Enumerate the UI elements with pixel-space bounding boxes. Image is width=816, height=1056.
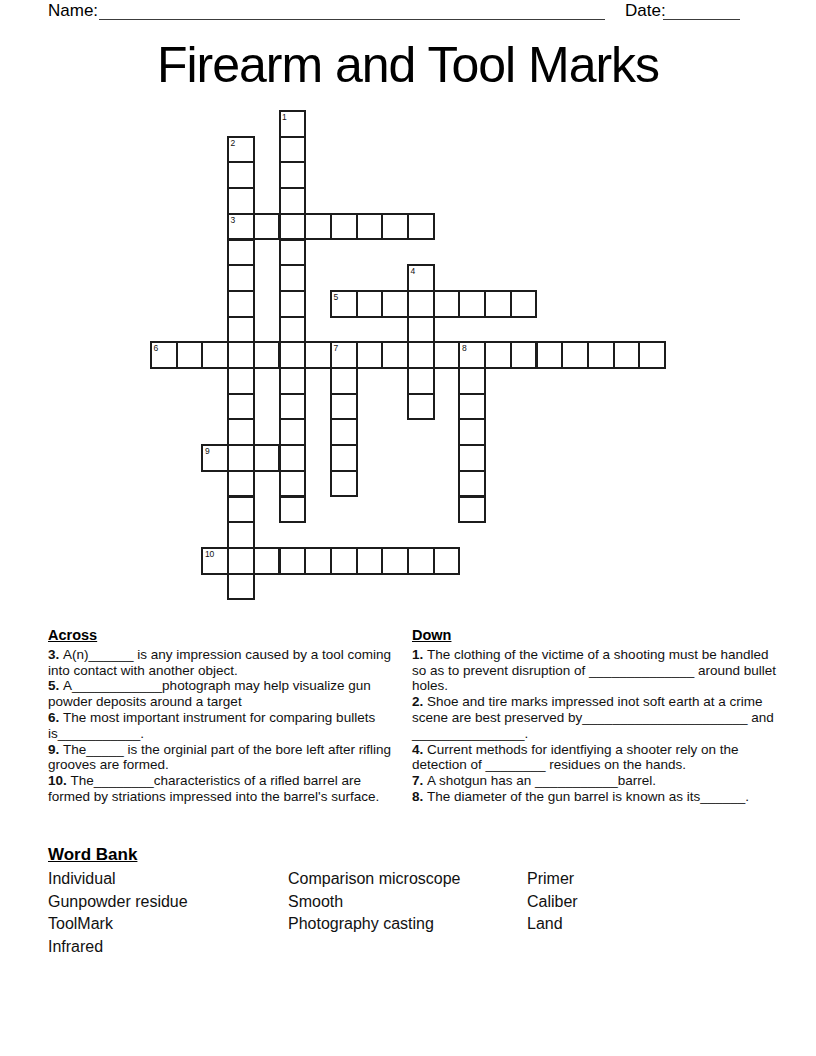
clue-number-label: 10 <box>205 549 214 559</box>
grid-cell[interactable] <box>510 341 538 369</box>
clue: 10. The________characteristics of a rifl… <box>48 773 400 805</box>
word-bank-item: Photography casting <box>288 913 461 936</box>
grid-cell[interactable] <box>407 341 435 369</box>
grid-cell[interactable] <box>330 418 358 446</box>
grid-cell[interactable] <box>227 316 255 344</box>
down-clue-list: 1. The clothing of the victime of a shoo… <box>412 647 782 805</box>
grid-cell[interactable] <box>561 341 589 369</box>
clue-number-label: 6 <box>154 343 159 353</box>
clue: 2. Shoe and tire marks impressed inot so… <box>412 694 782 741</box>
grid-cell[interactable] <box>227 367 255 395</box>
grid-cell[interactable] <box>407 213 435 241</box>
grid-cell[interactable] <box>407 290 435 318</box>
grid-cell[interactable] <box>381 547 409 575</box>
grid-cell[interactable] <box>330 470 358 498</box>
grid-cell[interactable] <box>227 418 255 446</box>
clue-number-label: 5 <box>333 292 338 302</box>
grid-cell[interactable] <box>279 367 307 395</box>
grid-cell[interactable] <box>458 444 486 472</box>
grid-cell[interactable] <box>407 367 435 395</box>
clue-number-label: 9 <box>205 446 210 456</box>
grid-cell[interactable]: 7 <box>330 341 358 369</box>
clue: 4. Current methods for identfiying a sho… <box>412 742 782 774</box>
grid-cell[interactable] <box>227 470 255 498</box>
grid-cell[interactable] <box>227 521 255 549</box>
name-blank-line[interactable] <box>99 1 605 20</box>
word-bank-item: Smooth <box>288 891 461 914</box>
grid-cell[interactable]: 2 <box>227 136 255 164</box>
word-bank-item: Primer <box>527 868 578 891</box>
grid-cell[interactable] <box>279 316 307 344</box>
grid-cell[interactable]: 4 <box>407 264 435 292</box>
grid-cell[interactable] <box>279 547 307 575</box>
grid-cell[interactable] <box>330 393 358 421</box>
grid-cell[interactable] <box>227 444 255 472</box>
grid-cell[interactable] <box>201 341 229 369</box>
grid-cell[interactable] <box>227 341 255 369</box>
name-label: Name: <box>48 1 98 21</box>
word-bank-item: Infrared <box>48 936 188 959</box>
grid-cell[interactable] <box>458 367 486 395</box>
grid-cell[interactable] <box>279 187 307 215</box>
word-bank-column: PrimerCaliberLand <box>527 868 578 936</box>
grid-cell[interactable] <box>176 341 204 369</box>
clue-number-label: 8 <box>462 343 467 353</box>
word-bank-item: Comparison microscope <box>288 868 461 891</box>
clue-number-label: 1 <box>282 112 287 122</box>
grid-cell[interactable] <box>407 316 435 344</box>
grid-cell[interactable] <box>279 341 307 369</box>
word-bank-heading: Word Bank <box>48 845 137 865</box>
grid-cell[interactable] <box>381 213 409 241</box>
clue: 1. The clothing of the victime of a shoo… <box>412 647 782 694</box>
down-heading: Down <box>412 628 782 644</box>
clue-number-label: 7 <box>333 343 338 353</box>
grid-cell[interactable] <box>253 341 281 369</box>
page-title: Firearm and Tool Marks <box>0 36 816 94</box>
grid-cell[interactable] <box>381 341 409 369</box>
clue-number-label: 3 <box>231 215 236 225</box>
grid-cell[interactable] <box>279 213 307 241</box>
word-bank-item: ToolMark <box>48 913 188 936</box>
across-clues-section: Across 3. A(n)______ is any impression c… <box>48 628 400 805</box>
crossword-grid: 12345678910 <box>150 110 668 602</box>
grid-cell[interactable] <box>227 264 255 292</box>
grid-cell[interactable] <box>227 496 255 524</box>
clue: 8. The diameter of the gun barrel is kno… <box>412 789 782 805</box>
grid-cell[interactable] <box>253 547 281 575</box>
clue-number-label: 4 <box>411 266 416 276</box>
grid-cell[interactable] <box>227 547 255 575</box>
grid-cell[interactable] <box>227 161 255 189</box>
grid-cell[interactable] <box>510 290 538 318</box>
grid-cell[interactable] <box>484 290 512 318</box>
grid-cell[interactable] <box>458 496 486 524</box>
clue: 3. A(n)______ is any impression caused b… <box>48 647 400 679</box>
grid-cell[interactable] <box>279 136 307 164</box>
grid-cell[interactable] <box>381 290 409 318</box>
grid-cell[interactable] <box>330 547 358 575</box>
grid-cell[interactable] <box>279 393 307 421</box>
grid-cell[interactable] <box>330 213 358 241</box>
word-bank-column: Comparison microscopeSmoothPhotography c… <box>288 868 461 936</box>
across-heading: Across <box>48 628 400 644</box>
clue-number-label: 2 <box>231 138 236 148</box>
grid-cell[interactable] <box>484 341 512 369</box>
grid-cell[interactable] <box>304 341 332 369</box>
grid-cell[interactable] <box>304 547 332 575</box>
grid-cell[interactable] <box>227 239 255 267</box>
grid-cell[interactable] <box>587 341 615 369</box>
clue: 9. The_____ is the orginial part of the … <box>48 742 400 774</box>
clue: 6. The most important instrument for com… <box>48 710 400 742</box>
word-bank-item: Land <box>527 913 578 936</box>
grid-cell[interactable] <box>330 367 358 395</box>
grid-cell[interactable] <box>536 341 564 369</box>
word-bank-item: Gunpowder residue <box>48 891 188 914</box>
grid-cell[interactable] <box>356 290 384 318</box>
grid-cell[interactable] <box>279 290 307 318</box>
grid-cell[interactable] <box>227 187 255 215</box>
date-blank-line[interactable] <box>663 1 740 20</box>
grid-cell[interactable] <box>227 290 255 318</box>
grid-cell[interactable] <box>356 341 384 369</box>
word-bank-column: IndividualGunpowder residueToolMarkInfra… <box>48 868 188 958</box>
clue: 7. A shotgun has an ___________barrel. <box>412 773 782 789</box>
grid-cell[interactable] <box>253 213 281 241</box>
grid-cell[interactable] <box>279 470 307 498</box>
grid-cell[interactable] <box>407 393 435 421</box>
grid-cell[interactable] <box>279 496 307 524</box>
grid-cell[interactable] <box>433 290 461 318</box>
grid-cell[interactable] <box>458 418 486 446</box>
grid-cell[interactable] <box>356 213 384 241</box>
grid-cell[interactable] <box>279 264 307 292</box>
grid-cell[interactable]: 8 <box>458 341 486 369</box>
grid-cell[interactable] <box>356 547 384 575</box>
grid-cell[interactable] <box>253 444 281 472</box>
grid-cell[interactable] <box>227 573 255 601</box>
clue: 5. A____________photograph may help visu… <box>48 678 400 710</box>
grid-cell[interactable] <box>433 547 461 575</box>
grid-cell[interactable] <box>279 161 307 189</box>
grid-cell[interactable]: 5 <box>330 290 358 318</box>
grid-cell[interactable]: 1 <box>279 110 307 138</box>
across-clue-list: 3. A(n)______ is any impression caused b… <box>48 647 400 805</box>
grid-cell[interactable]: 6 <box>150 341 178 369</box>
grid-cell[interactable]: 9 <box>201 444 229 472</box>
worksheet-page: Name: Date: Firearm and Tool Marks 12345… <box>0 0 816 1056</box>
down-clues-section: Down 1. The clothing of the victime of a… <box>412 628 782 805</box>
grid-cell[interactable] <box>458 470 486 498</box>
grid-cell[interactable] <box>227 393 255 421</box>
date-label: Date: <box>625 1 666 21</box>
grid-cell[interactable]: 10 <box>201 547 229 575</box>
grid-cell[interactable]: 3 <box>227 213 255 241</box>
grid-cell[interactable] <box>304 213 332 241</box>
grid-cell[interactable] <box>458 393 486 421</box>
grid-cell[interactable] <box>458 290 486 318</box>
grid-cell[interactable] <box>279 444 307 472</box>
grid-cell[interactable] <box>279 239 307 267</box>
grid-cell[interactable] <box>407 547 435 575</box>
word-bank-item: Caliber <box>527 891 578 914</box>
grid-cell[interactable] <box>279 418 307 446</box>
grid-cell[interactable] <box>638 341 666 369</box>
grid-cell[interactable] <box>330 444 358 472</box>
word-bank-item: Individual <box>48 868 188 891</box>
grid-cell[interactable] <box>433 341 461 369</box>
grid-cell[interactable] <box>613 341 641 369</box>
